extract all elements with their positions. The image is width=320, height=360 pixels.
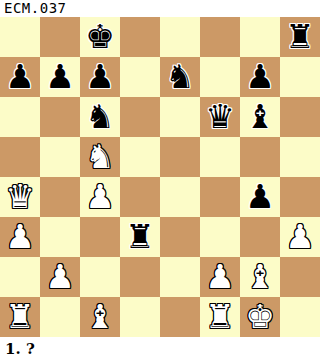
piece-black-pawn-b7: ♟ <box>45 57 75 97</box>
diagram-title: ECM.037 <box>0 0 320 17</box>
piece-black-knight-c6: ♞ <box>85 97 115 137</box>
piece-white-bishop-c1: ♝ <box>85 297 115 337</box>
piece-white-bishop-g2: ♝ <box>245 257 275 297</box>
square-b5[interactable] <box>40 137 80 177</box>
square-b8[interactable] <box>40 17 80 57</box>
square-d7[interactable] <box>120 57 160 97</box>
square-e8[interactable] <box>160 17 200 57</box>
piece-black-queen-f6: ♛ <box>205 97 235 137</box>
square-c1[interactable]: ♝ <box>80 297 120 337</box>
square-a8[interactable] <box>0 17 40 57</box>
square-h5[interactable] <box>280 137 320 177</box>
piece-black-king-c8: ♚ <box>85 17 115 57</box>
piece-white-rook-a1: ♜ <box>5 297 35 337</box>
square-f1[interactable]: ♜ <box>200 297 240 337</box>
chess-diagram-window: ECM.037 ♚♜♟♟♟♞♟♞♛♝♞♛♟♟♟♜♟♟♟♝♜♝♜♚ 1. ? <box>0 0 320 360</box>
square-g7[interactable]: ♟ <box>240 57 280 97</box>
square-e6[interactable] <box>160 97 200 137</box>
square-b4[interactable] <box>40 177 80 217</box>
square-f5[interactable] <box>200 137 240 177</box>
square-c4[interactable]: ♟ <box>80 177 120 217</box>
square-c7[interactable]: ♟ <box>80 57 120 97</box>
piece-white-pawn-h3: ♟ <box>285 217 315 257</box>
square-f2[interactable]: ♟ <box>200 257 240 297</box>
square-h2[interactable] <box>280 257 320 297</box>
square-b3[interactable] <box>40 217 80 257</box>
square-h7[interactable] <box>280 57 320 97</box>
piece-black-rook-d3: ♜ <box>125 217 155 257</box>
square-e7[interactable]: ♞ <box>160 57 200 97</box>
square-g6[interactable]: ♝ <box>240 97 280 137</box>
piece-black-pawn-g7: ♟ <box>245 57 275 97</box>
piece-black-bishop-g6: ♝ <box>245 97 275 137</box>
piece-black-rook-h8: ♜ <box>285 17 315 57</box>
square-f8[interactable] <box>200 17 240 57</box>
square-b6[interactable] <box>40 97 80 137</box>
square-b2[interactable]: ♟ <box>40 257 80 297</box>
square-d3[interactable]: ♜ <box>120 217 160 257</box>
square-d2[interactable] <box>120 257 160 297</box>
square-e5[interactable] <box>160 137 200 177</box>
square-a2[interactable] <box>0 257 40 297</box>
square-c3[interactable] <box>80 217 120 257</box>
chess-board: ♚♜♟♟♟♞♟♞♛♝♞♛♟♟♟♜♟♟♟♝♜♝♜♚ <box>0 17 320 337</box>
square-a7[interactable]: ♟ <box>0 57 40 97</box>
piece-white-queen-a4: ♛ <box>5 177 35 217</box>
square-d4[interactable] <box>120 177 160 217</box>
square-e1[interactable] <box>160 297 200 337</box>
piece-white-rook-f1: ♜ <box>205 297 235 337</box>
square-c6[interactable]: ♞ <box>80 97 120 137</box>
square-b1[interactable] <box>40 297 80 337</box>
square-h3[interactable]: ♟ <box>280 217 320 257</box>
square-a3[interactable]: ♟ <box>0 217 40 257</box>
square-g5[interactable] <box>240 137 280 177</box>
square-g2[interactable]: ♝ <box>240 257 280 297</box>
square-g1[interactable]: ♚ <box>240 297 280 337</box>
square-g8[interactable] <box>240 17 280 57</box>
piece-white-pawn-b2: ♟ <box>45 257 75 297</box>
piece-white-knight-c5: ♞ <box>85 137 115 177</box>
square-c8[interactable]: ♚ <box>80 17 120 57</box>
square-d6[interactable] <box>120 97 160 137</box>
piece-white-king-g1: ♚ <box>245 297 275 337</box>
square-d1[interactable] <box>120 297 160 337</box>
piece-black-knight-e7: ♞ <box>165 57 195 97</box>
piece-white-pawn-a3: ♟ <box>5 217 35 257</box>
square-c5[interactable]: ♞ <box>80 137 120 177</box>
square-f3[interactable] <box>200 217 240 257</box>
square-e2[interactable] <box>160 257 200 297</box>
piece-black-pawn-g4: ♟ <box>245 177 275 217</box>
square-b7[interactable]: ♟ <box>40 57 80 97</box>
square-d5[interactable] <box>120 137 160 177</box>
piece-black-pawn-a7: ♟ <box>5 57 35 97</box>
piece-white-pawn-c4: ♟ <box>85 177 115 217</box>
square-a1[interactable]: ♜ <box>0 297 40 337</box>
square-c2[interactable] <box>80 257 120 297</box>
square-a5[interactable] <box>0 137 40 177</box>
move-prompt: 1. ? <box>0 337 320 360</box>
square-a4[interactable]: ♛ <box>0 177 40 217</box>
square-g3[interactable] <box>240 217 280 257</box>
square-h8[interactable]: ♜ <box>280 17 320 57</box>
square-h6[interactable] <box>280 97 320 137</box>
square-e3[interactable] <box>160 217 200 257</box>
square-f4[interactable] <box>200 177 240 217</box>
piece-black-pawn-c7: ♟ <box>85 57 115 97</box>
square-e4[interactable] <box>160 177 200 217</box>
square-d8[interactable] <box>120 17 160 57</box>
square-h1[interactable] <box>280 297 320 337</box>
square-f7[interactable] <box>200 57 240 97</box>
square-a6[interactable] <box>0 97 40 137</box>
square-f6[interactable]: ♛ <box>200 97 240 137</box>
piece-white-pawn-f2: ♟ <box>205 257 235 297</box>
square-g4[interactable]: ♟ <box>240 177 280 217</box>
square-h4[interactable] <box>280 177 320 217</box>
